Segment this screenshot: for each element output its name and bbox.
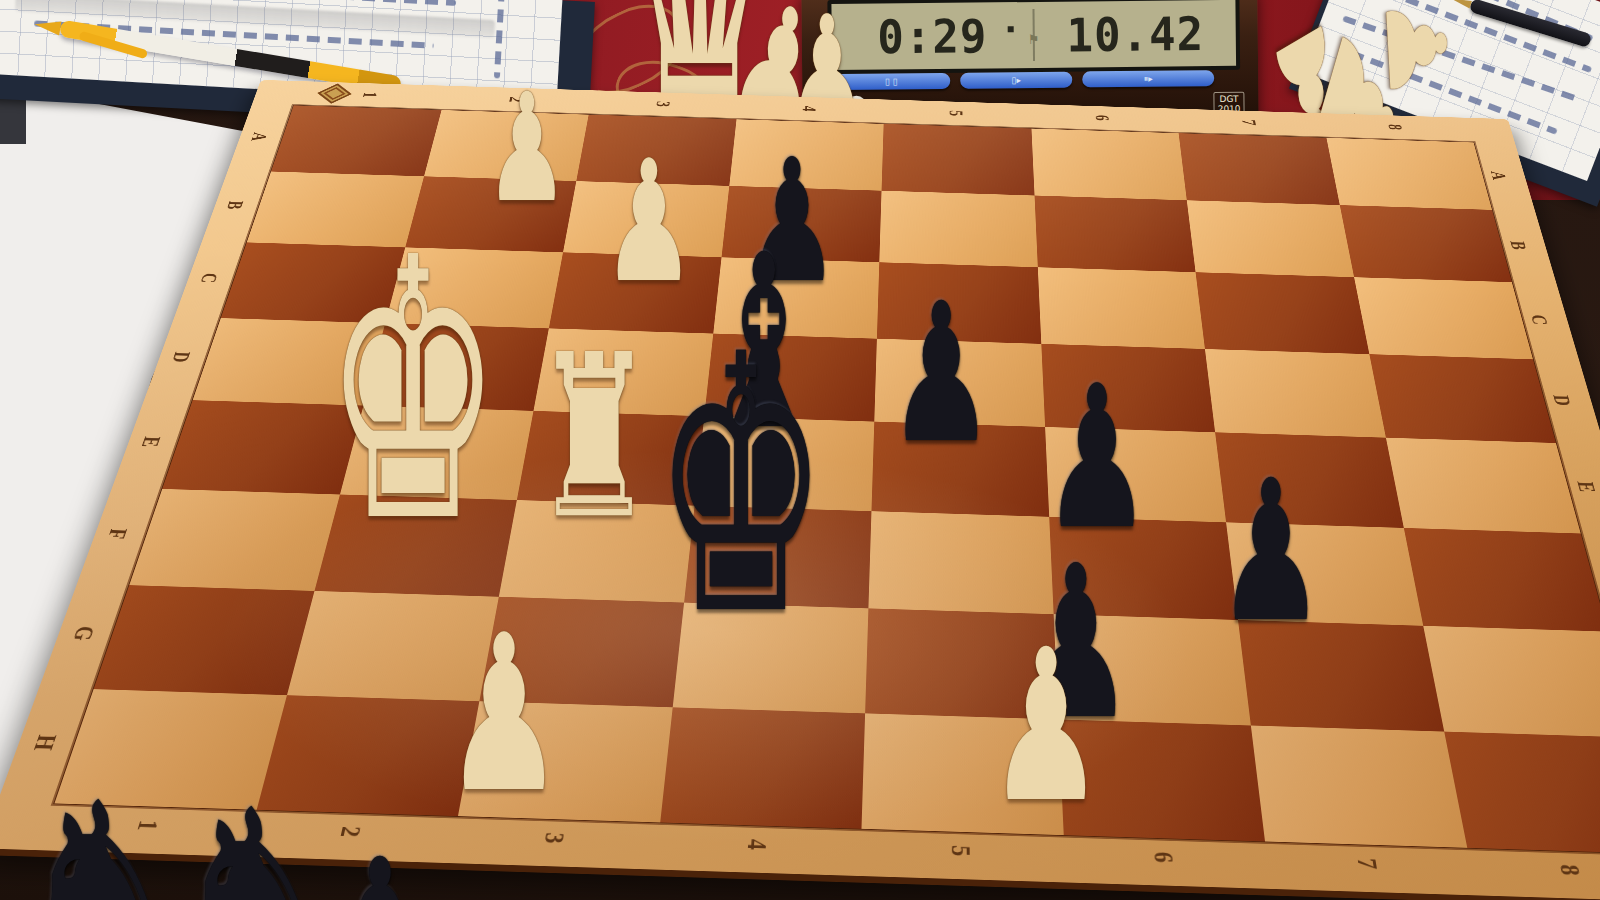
square-e5[interactable] [871,422,1048,517]
coord-right-b: B [1505,241,1531,250]
square-g7[interactable] [1238,620,1444,732]
clock-mode-buttons[interactable]: ▯ ▯ [832,73,950,90]
white-time-display: 0:29 [831,8,1033,64]
coord-left-d: D [166,351,195,362]
square-b7[interactable] [1187,200,1354,277]
square-d5[interactable] [874,339,1044,427]
square-a3[interactable] [576,115,736,186]
square-h2[interactable] [256,695,479,816]
square-f6[interactable] [1049,517,1238,620]
square-g2[interactable] [286,591,498,702]
square-h3[interactable] [458,701,672,822]
coord-top-1: 1 [358,92,382,98]
coord-bottom-8: 8 [1553,864,1586,876]
coord-left-a: A [246,132,272,141]
square-b5[interactable] [879,191,1037,267]
coord-left-e: E [135,436,165,447]
coord-top-8: 8 [1383,124,1406,130]
move-indicator-dot [1008,26,1014,32]
square-h7[interactable] [1251,726,1467,848]
square-c5[interactable] [877,262,1041,344]
square-f1[interactable] [129,489,339,591]
square-h4[interactable] [660,707,865,828]
square-a2[interactable] [424,110,589,181]
coord-top-2: 2 [505,96,528,102]
square-a5[interactable] [882,124,1035,195]
chessboard: 1122334455667788AABBCCDDEEFFGGHH [0,80,1600,900]
square-b1[interactable] [247,171,424,247]
square-h6[interactable] [1058,720,1265,842]
coord-top-7: 7 [1237,119,1260,125]
square-d3[interactable] [533,329,712,417]
handwriting-line [494,0,505,79]
square-d8[interactable] [1369,354,1556,443]
square-f4[interactable] [684,505,872,608]
coord-top-5: 5 [945,110,967,116]
square-g5[interactable] [865,608,1058,720]
play-area [54,105,1600,854]
square-e8[interactable] [1385,438,1580,534]
square-c8[interactable] [1354,277,1533,360]
square-c6[interactable] [1037,267,1205,349]
square-d2[interactable] [363,323,549,411]
square-h5[interactable] [861,714,1063,836]
coord-bottom-4: 4 [741,839,772,851]
square-g1[interactable] [94,585,315,696]
square-c4[interactable] [713,257,879,339]
square-e4[interactable] [694,416,874,511]
black-time-display: 10.42 [1034,6,1236,62]
clock-set-button[interactable]: ▯▸ [960,72,1072,89]
clock-pause-play-button[interactable]: ⏸▸ [1082,70,1214,87]
square-b3[interactable] [563,181,729,257]
square-g3[interactable] [479,596,683,707]
coord-right-a: A [1486,171,1511,180]
square-h1[interactable] [54,689,286,809]
coord-left-f: F [101,528,132,539]
coord-bottom-7: 7 [1351,858,1383,870]
coord-bottom-1: 1 [130,819,164,831]
square-e2[interactable] [340,406,534,500]
square-b6[interactable] [1034,195,1195,272]
square-e1[interactable] [162,400,363,494]
board-maker-logo [317,84,351,104]
square-e7[interactable] [1215,432,1403,527]
coord-right-d: D [1548,394,1576,406]
square-d4[interactable] [704,334,877,422]
coord-left-g: G [67,626,101,641]
square-a6[interactable] [1031,129,1187,201]
square-f5[interactable] [868,511,1053,614]
coord-top-3: 3 [651,101,674,107]
square-d7[interactable] [1205,349,1386,438]
coord-top-6: 6 [1091,115,1114,121]
square-b2[interactable] [405,176,576,252]
square-g4[interactable] [672,602,868,713]
square-a1[interactable] [271,105,441,176]
coord-bottom-3: 3 [538,832,570,844]
coord-left-b: B [221,200,247,209]
square-g8[interactable] [1423,625,1600,737]
clock-lcd: 0:29 10.42 ⚑ [827,0,1240,74]
flag-icon: ⚑ [1028,32,1040,47]
coord-bottom-2: 2 [334,826,367,838]
square-h8[interactable] [1444,732,1600,854]
coord-bottom-5: 5 [945,845,976,857]
square-f2[interactable] [314,494,517,596]
square-c2[interactable] [385,247,563,328]
square-e3[interactable] [517,411,704,506]
square-b4[interactable] [721,186,881,262]
coord-top-4: 4 [798,105,821,111]
coord-left-h: H [27,734,62,751]
square-c7[interactable] [1196,272,1369,354]
square-b8[interactable] [1339,205,1511,282]
square-f3[interactable] [499,500,694,602]
square-e6[interactable] [1045,427,1226,522]
coord-right-f: F [1596,575,1600,587]
square-g6[interactable] [1053,614,1251,726]
square-a7[interactable] [1179,133,1340,205]
coord-left-c: C [195,273,223,284]
coord-bottom-6: 6 [1148,851,1180,863]
square-f8[interactable] [1403,528,1600,632]
square-a8[interactable] [1326,138,1492,210]
square-c1[interactable] [221,242,405,323]
square-a4[interactable] [729,119,884,190]
square-c3[interactable] [549,252,721,334]
coord-right-c: C [1526,315,1553,326]
square-f7[interactable] [1226,522,1423,625]
coord-right-e: E [1571,481,1600,493]
square-d1[interactable] [193,318,385,405]
square-d6[interactable] [1041,344,1215,432]
